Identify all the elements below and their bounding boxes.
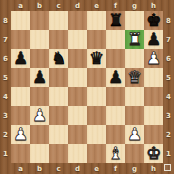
file-label-e: e: [87, 163, 106, 174]
square-e3[interactable]: [87, 106, 106, 125]
square-d5[interactable]: [68, 68, 87, 87]
square-c2[interactable]: [49, 125, 68, 144]
piece-black-pawn[interactable]: ♟: [32, 68, 47, 87]
rank-label-3: 3: [163, 106, 174, 125]
square-h3[interactable]: [144, 106, 163, 125]
piece-white-rook[interactable]: ♜: [127, 30, 142, 49]
square-c4[interactable]: [49, 87, 68, 106]
square-a5[interactable]: [11, 68, 30, 87]
file-label-c: c: [49, 163, 68, 174]
file-label-e: e: [87, 0, 106, 11]
square-g4[interactable]: [125, 87, 144, 106]
rank-label-1: 1: [163, 144, 174, 163]
square-b4[interactable]: [30, 87, 49, 106]
square-c7[interactable]: [49, 30, 68, 49]
rank-label-3: 3: [0, 106, 11, 125]
board-grid: ♜♚♜♟♟♞♛♟♟♟♛♟♟♟♝♚: [11, 11, 163, 163]
square-f5[interactable]: ♟: [106, 68, 125, 87]
square-b7[interactable]: [30, 30, 49, 49]
square-g7[interactable]: ♜: [125, 30, 144, 49]
file-label-b: b: [30, 0, 49, 11]
board-resize-icon[interactable]: [164, 164, 171, 171]
square-f4[interactable]: [106, 87, 125, 106]
square-h5[interactable]: [144, 68, 163, 87]
square-c1[interactable]: [49, 144, 68, 163]
square-a2[interactable]: ♟: [11, 125, 30, 144]
square-e2[interactable]: [87, 125, 106, 144]
rank-label-2: 2: [0, 125, 11, 144]
square-f1[interactable]: ♝: [106, 144, 125, 163]
rank-labels-right: 87654321: [163, 11, 174, 163]
square-f3[interactable]: [106, 106, 125, 125]
piece-white-pawn[interactable]: ♟: [127, 125, 142, 144]
piece-black-pawn[interactable]: ♟: [108, 68, 123, 87]
square-h6[interactable]: ♟: [144, 49, 163, 68]
file-label-g: g: [125, 0, 144, 11]
square-g8[interactable]: [125, 11, 144, 30]
rank-label-1: 1: [0, 144, 11, 163]
square-d3[interactable]: [68, 106, 87, 125]
square-b8[interactable]: [30, 11, 49, 30]
file-label-b: b: [30, 163, 49, 174]
piece-black-king[interactable]: ♚: [146, 11, 161, 30]
square-h2[interactable]: [144, 125, 163, 144]
square-b5[interactable]: ♟: [30, 68, 49, 87]
square-c6[interactable]: ♞: [49, 49, 68, 68]
rank-label-6: 6: [0, 49, 11, 68]
rank-label-2: 2: [163, 125, 174, 144]
square-g6[interactable]: [125, 49, 144, 68]
square-d7[interactable]: [68, 30, 87, 49]
square-h7[interactable]: ♟: [144, 30, 163, 49]
square-c3[interactable]: [49, 106, 68, 125]
square-d8[interactable]: [68, 11, 87, 30]
file-label-d: d: [68, 163, 87, 174]
file-label-a: a: [11, 0, 30, 11]
square-e1[interactable]: [87, 144, 106, 163]
piece-white-king[interactable]: ♚: [146, 144, 161, 163]
rank-label-5: 5: [163, 68, 174, 87]
square-a1[interactable]: [11, 144, 30, 163]
square-b6[interactable]: [30, 49, 49, 68]
square-e4[interactable]: [87, 87, 106, 106]
file-labels-bottom: abcdefgh: [11, 163, 163, 174]
piece-black-pawn[interactable]: ♟: [13, 49, 28, 68]
piece-white-queen[interactable]: ♛: [127, 68, 142, 87]
file-labels-top: abcdefgh: [11, 0, 163, 11]
rank-label-7: 7: [163, 30, 174, 49]
rank-label-8: 8: [163, 11, 174, 30]
square-d4[interactable]: [68, 87, 87, 106]
square-g1[interactable]: [125, 144, 144, 163]
piece-white-pawn[interactable]: ♟: [146, 49, 161, 68]
square-f6[interactable]: [106, 49, 125, 68]
file-label-h: h: [144, 163, 163, 174]
square-a6[interactable]: ♟: [11, 49, 30, 68]
file-label-a: a: [11, 163, 30, 174]
rank-label-4: 4: [0, 87, 11, 106]
piece-black-knight[interactable]: ♞: [51, 49, 66, 68]
square-d1[interactable]: [68, 144, 87, 163]
file-label-c: c: [49, 0, 68, 11]
square-h1[interactable]: ♚: [144, 144, 163, 163]
piece-white-pawn[interactable]: ♟: [13, 125, 28, 144]
rank-label-8: 8: [0, 11, 11, 30]
square-e6[interactable]: ♛: [87, 49, 106, 68]
square-f7[interactable]: [106, 30, 125, 49]
file-label-f: f: [106, 163, 125, 174]
square-e7[interactable]: [87, 30, 106, 49]
rank-label-7: 7: [0, 30, 11, 49]
square-a8[interactable]: [11, 11, 30, 30]
square-h4[interactable]: [144, 87, 163, 106]
square-d2[interactable]: [68, 125, 87, 144]
square-b3[interactable]: ♟: [30, 106, 49, 125]
piece-white-pawn[interactable]: ♟: [32, 106, 47, 125]
piece-black-pawn[interactable]: ♟: [146, 30, 161, 49]
rank-label-4: 4: [163, 87, 174, 106]
square-e8[interactable]: [87, 11, 106, 30]
square-a7[interactable]: [11, 30, 30, 49]
square-d6[interactable]: [68, 49, 87, 68]
chess-board: abcdefgh abcdefgh 87654321 87654321 ♜♚♜♟…: [0, 0, 174, 174]
square-f8[interactable]: ♜: [106, 11, 125, 30]
square-g2[interactable]: ♟: [125, 125, 144, 144]
piece-black-rook[interactable]: ♜: [108, 11, 123, 30]
square-f2[interactable]: [106, 125, 125, 144]
square-b2[interactable]: [30, 125, 49, 144]
piece-black-queen[interactable]: ♛: [89, 49, 104, 68]
piece-white-bishop[interactable]: ♝: [108, 144, 123, 163]
square-c8[interactable]: [49, 11, 68, 30]
square-b1[interactable]: [30, 144, 49, 163]
square-c5[interactable]: [49, 68, 68, 87]
file-label-d: d: [68, 0, 87, 11]
square-a3[interactable]: [11, 106, 30, 125]
square-g3[interactable]: [125, 106, 144, 125]
rank-labels-left: 87654321: [0, 11, 11, 163]
rank-label-6: 6: [163, 49, 174, 68]
square-h8[interactable]: ♚: [144, 11, 163, 30]
square-e5[interactable]: [87, 68, 106, 87]
square-g5[interactable]: ♛: [125, 68, 144, 87]
square-a4[interactable]: [11, 87, 30, 106]
rank-label-5: 5: [0, 68, 11, 87]
file-label-g: g: [125, 163, 144, 174]
